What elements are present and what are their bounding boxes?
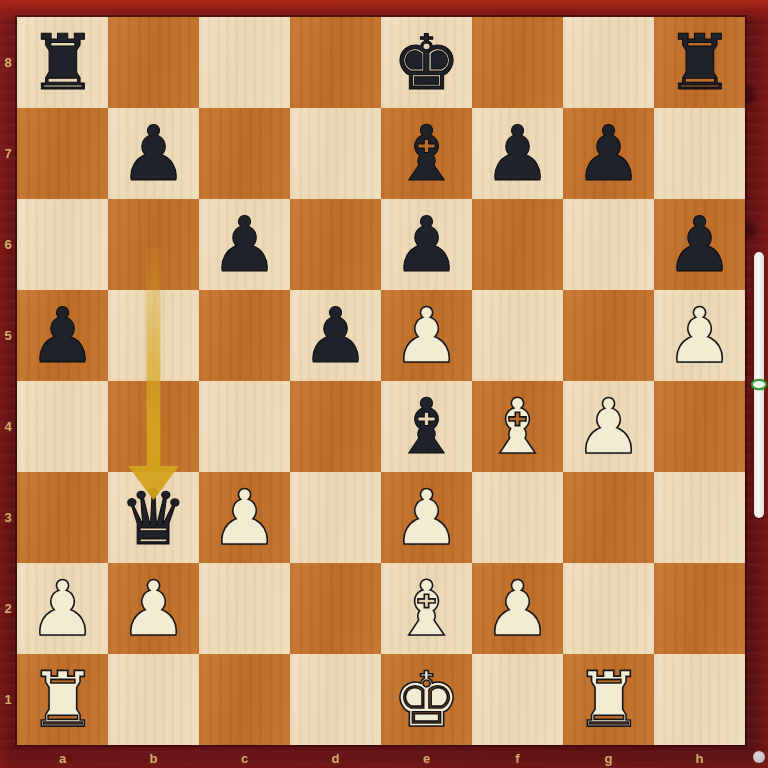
square-a3[interactable] bbox=[17, 472, 108, 563]
square-b5[interactable] bbox=[108, 290, 199, 381]
square-b2[interactable]: ♟ bbox=[108, 563, 199, 654]
file-label-f: f bbox=[472, 751, 563, 766]
file-label-h: h bbox=[654, 751, 745, 766]
piece-black-pawn-e6[interactable]: ♟ bbox=[392, 199, 460, 290]
square-d1[interactable] bbox=[290, 654, 381, 745]
piece-black-rook-a8[interactable]: ♜ bbox=[28, 17, 96, 108]
square-d2[interactable] bbox=[290, 563, 381, 654]
square-e1[interactable]: ♚ bbox=[381, 654, 472, 745]
square-h3[interactable] bbox=[654, 472, 745, 563]
piece-white-bishop-f4[interactable]: ♝ bbox=[483, 381, 551, 472]
piece-black-pawn-b7[interactable]: ♟ bbox=[119, 108, 187, 199]
slider-green-marker[interactable] bbox=[751, 379, 767, 390]
square-f2[interactable]: ♟ bbox=[472, 563, 563, 654]
square-e3[interactable]: ♟ bbox=[381, 472, 472, 563]
square-a2[interactable]: ♟ bbox=[17, 563, 108, 654]
piece-white-pawn-e3[interactable]: ♟ bbox=[392, 472, 460, 563]
rank-label-1: 1 bbox=[0, 692, 16, 708]
square-e2[interactable]: ♝ bbox=[381, 563, 472, 654]
square-c8[interactable] bbox=[199, 17, 290, 108]
square-b8[interactable] bbox=[108, 17, 199, 108]
piece-black-queen-b3[interactable]: ♛ bbox=[119, 472, 187, 563]
file-label-c: c bbox=[199, 751, 290, 766]
square-c2[interactable] bbox=[199, 563, 290, 654]
square-c7[interactable] bbox=[199, 108, 290, 199]
piece-white-pawn-a2[interactable]: ♟ bbox=[28, 563, 96, 654]
square-h7[interactable] bbox=[654, 108, 745, 199]
piece-black-king-e8[interactable]: ♚ bbox=[392, 17, 460, 108]
piece-white-rook-g1[interactable]: ♜ bbox=[574, 654, 642, 745]
rank-label-7: 7 bbox=[0, 146, 16, 162]
square-g8[interactable] bbox=[563, 17, 654, 108]
square-f4[interactable]: ♝ bbox=[472, 381, 563, 472]
square-g5[interactable] bbox=[563, 290, 654, 381]
rank-label-2: 2 bbox=[0, 601, 16, 617]
file-label-g: g bbox=[563, 751, 654, 766]
square-d3[interactable] bbox=[290, 472, 381, 563]
piece-black-pawn-c6[interactable]: ♟ bbox=[210, 199, 278, 290]
square-h1[interactable] bbox=[654, 654, 745, 745]
file-label-b: b bbox=[108, 751, 199, 766]
square-a8[interactable]: ♜ bbox=[17, 17, 108, 108]
piece-white-pawn-f2[interactable]: ♟ bbox=[483, 563, 551, 654]
square-h6[interactable]: ♟ bbox=[654, 199, 745, 290]
square-h8[interactable]: ♜ bbox=[654, 17, 745, 108]
square-e7[interactable]: ♝ bbox=[381, 108, 472, 199]
piece-black-pawn-g7[interactable]: ♟ bbox=[574, 108, 642, 199]
square-b1[interactable] bbox=[108, 654, 199, 745]
rank-label-8: 8 bbox=[0, 55, 16, 71]
piece-black-pawn-a5[interactable]: ♟ bbox=[28, 290, 96, 381]
square-b4[interactable] bbox=[108, 381, 199, 472]
chess-board: ♜♚♜♟♝♟♟♟♟♟♟♟♟♟♝♝♟♛♟♟♟♟♝♟♜♚♜ bbox=[17, 17, 745, 745]
piece-black-bishop-e4[interactable]: ♝ bbox=[392, 381, 460, 472]
square-g3[interactable] bbox=[563, 472, 654, 563]
piece-black-pawn-h6[interactable]: ♟ bbox=[665, 199, 733, 290]
square-c6[interactable]: ♟ bbox=[199, 199, 290, 290]
square-d6[interactable] bbox=[290, 199, 381, 290]
piece-black-rook-h8[interactable]: ♜ bbox=[665, 17, 733, 108]
file-label-d: d bbox=[290, 751, 381, 766]
square-a1[interactable]: ♜ bbox=[17, 654, 108, 745]
square-c4[interactable] bbox=[199, 381, 290, 472]
piece-white-king-e1[interactable]: ♚ bbox=[392, 654, 460, 745]
square-e4[interactable]: ♝ bbox=[381, 381, 472, 472]
square-d7[interactable] bbox=[290, 108, 381, 199]
square-d4[interactable] bbox=[290, 381, 381, 472]
square-f1[interactable] bbox=[472, 654, 563, 745]
piece-white-pawn-e5[interactable]: ♟ bbox=[392, 290, 460, 381]
square-c5[interactable] bbox=[199, 290, 290, 381]
piece-black-pawn-f7[interactable]: ♟ bbox=[483, 108, 551, 199]
square-a4[interactable] bbox=[17, 381, 108, 472]
piece-black-pawn-d5[interactable]: ♟ bbox=[301, 290, 369, 381]
square-f7[interactable]: ♟ bbox=[472, 108, 563, 199]
piece-white-bishop-e2[interactable]: ♝ bbox=[392, 563, 460, 654]
square-b7[interactable]: ♟ bbox=[108, 108, 199, 199]
square-g4[interactable]: ♟ bbox=[563, 381, 654, 472]
square-b3[interactable]: ♛ bbox=[108, 472, 199, 563]
rank-label-5: 5 bbox=[0, 328, 16, 344]
piece-white-pawn-b2[interactable]: ♟ bbox=[119, 563, 187, 654]
square-h4[interactable] bbox=[654, 381, 745, 472]
square-e8[interactable]: ♚ bbox=[381, 17, 472, 108]
square-h5[interactable]: ♟ bbox=[654, 290, 745, 381]
piece-white-pawn-g4[interactable]: ♟ bbox=[574, 381, 642, 472]
square-b6[interactable] bbox=[108, 199, 199, 290]
square-e6[interactable]: ♟ bbox=[381, 199, 472, 290]
piece-black-bishop-e7[interactable]: ♝ bbox=[392, 108, 460, 199]
square-a6[interactable] bbox=[17, 199, 108, 290]
square-c1[interactable] bbox=[199, 654, 290, 745]
file-label-a: a bbox=[17, 751, 108, 766]
square-g7[interactable]: ♟ bbox=[563, 108, 654, 199]
corner-dot bbox=[753, 751, 765, 763]
file-label-e: e bbox=[381, 751, 472, 766]
square-f3[interactable] bbox=[472, 472, 563, 563]
square-d8[interactable] bbox=[290, 17, 381, 108]
rank-label-6: 6 bbox=[0, 237, 16, 253]
square-f6[interactable] bbox=[472, 199, 563, 290]
piece-white-pawn-c3[interactable]: ♟ bbox=[210, 472, 278, 563]
square-f8[interactable] bbox=[472, 17, 563, 108]
square-g6[interactable] bbox=[563, 199, 654, 290]
piece-white-pawn-h5[interactable]: ♟ bbox=[665, 290, 733, 381]
square-g2[interactable] bbox=[563, 563, 654, 654]
square-c3[interactable]: ♟ bbox=[199, 472, 290, 563]
square-g1[interactable]: ♜ bbox=[563, 654, 654, 745]
rank-label-4: 4 bbox=[0, 419, 16, 435]
piece-white-rook-a1[interactable]: ♜ bbox=[28, 654, 96, 745]
chess-board-frame: ♜♚♜♟♝♟♟♟♟♟♟♟♟♟♝♝♟♛♟♟♟♟♝♟♜♚♜ 87654321abcd… bbox=[0, 0, 768, 768]
rank-label-3: 3 bbox=[0, 510, 16, 526]
square-a5[interactable]: ♟ bbox=[17, 290, 108, 381]
square-f5[interactable] bbox=[472, 290, 563, 381]
square-h2[interactable] bbox=[654, 563, 745, 654]
square-a7[interactable] bbox=[17, 108, 108, 199]
square-e5[interactable]: ♟ bbox=[381, 290, 472, 381]
square-d5[interactable]: ♟ bbox=[290, 290, 381, 381]
